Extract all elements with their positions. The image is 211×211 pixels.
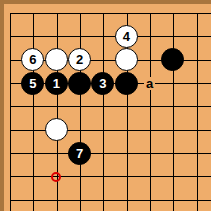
intersection-c8-r8[interactable] <box>161 165 184 188</box>
intersection-c2-r9[interactable] <box>21 188 44 211</box>
intersection-c3-r8[interactable] <box>45 165 68 188</box>
intersection-c9-r9[interactable] <box>185 188 208 211</box>
intersection-c6-r2[interactable]: 4 <box>115 25 138 48</box>
black-stone <box>68 72 91 95</box>
intersection-c3-r1[interactable] <box>45 2 68 25</box>
white-stone: 6 <box>21 48 44 71</box>
intersection-c7-r1[interactable] <box>138 2 161 25</box>
intersection-c5-r1[interactable] <box>91 2 114 25</box>
intersection-c3-r2[interactable] <box>45 25 68 48</box>
intersections-grid: 462513a7 <box>0 2 208 211</box>
intersection-c6-r3[interactable] <box>115 48 138 71</box>
intersection-c1-r7[interactable] <box>0 142 21 165</box>
intersection-c6-r5[interactable] <box>115 95 138 118</box>
intersection-c4-r3[interactable]: 2 <box>68 48 91 71</box>
intersection-c1-r8[interactable] <box>0 165 21 188</box>
intersection-c8-r2[interactable] <box>161 25 184 48</box>
intersection-c5-r3[interactable] <box>91 48 114 71</box>
intersection-c6-r9[interactable] <box>115 188 138 211</box>
intersection-c2-r3[interactable]: 6 <box>21 48 44 71</box>
intersection-c3-r4[interactable]: 1 <box>45 72 68 95</box>
intersection-c9-r5[interactable] <box>185 95 208 118</box>
intersection-c2-r2[interactable] <box>21 25 44 48</box>
intersection-c9-r4[interactable] <box>185 72 208 95</box>
intersection-c9-r1[interactable] <box>185 2 208 25</box>
intersection-c2-r8[interactable] <box>21 165 44 188</box>
intersection-c4-r9[interactable] <box>68 188 91 211</box>
intersection-c8-r4[interactable] <box>161 72 184 95</box>
intersection-c6-r1[interactable] <box>115 2 138 25</box>
black-stone <box>161 48 184 71</box>
intersection-c4-r7[interactable]: 7 <box>68 142 91 165</box>
intersection-c1-r6[interactable] <box>0 118 21 141</box>
intersection-c8-r7[interactable] <box>161 142 184 165</box>
intersection-c7-r7[interactable] <box>138 142 161 165</box>
move-number: 1 <box>53 77 60 90</box>
intersection-c9-r3[interactable] <box>185 48 208 71</box>
intersection-c7-r4[interactable]: a <box>138 72 161 95</box>
intersection-c8-r5[interactable] <box>161 95 184 118</box>
intersection-c8-r9[interactable] <box>161 188 184 211</box>
intersection-c7-r6[interactable] <box>138 118 161 141</box>
move-number: 6 <box>29 53 36 66</box>
intersection-c4-r6[interactable] <box>68 118 91 141</box>
intersection-c3-r3[interactable] <box>45 48 68 71</box>
white-stone <box>45 48 68 71</box>
intersection-c5-r5[interactable] <box>91 95 114 118</box>
intersection-c3-r9[interactable] <box>45 188 68 211</box>
intersection-c5-r2[interactable] <box>91 25 114 48</box>
intersection-c4-r1[interactable] <box>68 2 91 25</box>
intersection-c2-r4[interactable]: 5 <box>21 72 44 95</box>
intersection-c1-r2[interactable] <box>0 25 21 48</box>
intersection-c2-r6[interactable] <box>21 118 44 141</box>
intersection-c6-r4[interactable] <box>115 72 138 95</box>
intersection-c4-r2[interactable] <box>68 25 91 48</box>
intersection-c5-r6[interactable] <box>91 118 114 141</box>
intersection-c6-r8[interactable] <box>115 165 138 188</box>
intersection-c1-r9[interactable] <box>0 188 21 211</box>
black-stone: 1 <box>45 72 68 95</box>
move-number: 4 <box>123 30 130 43</box>
intersection-c8-r3[interactable] <box>161 48 184 71</box>
intersection-c1-r4[interactable] <box>0 72 21 95</box>
white-stone <box>45 118 68 141</box>
intersection-c5-r9[interactable] <box>91 188 114 211</box>
intersection-c4-r4[interactable] <box>68 72 91 95</box>
black-stone: 7 <box>68 142 91 165</box>
intersection-c1-r3[interactable] <box>0 48 21 71</box>
intersection-c8-r6[interactable] <box>161 118 184 141</box>
point-label-a: a <box>144 77 155 90</box>
intersection-c2-r5[interactable] <box>21 95 44 118</box>
intersection-c5-r4[interactable]: 3 <box>91 72 114 95</box>
intersection-c1-r5[interactable] <box>0 95 21 118</box>
intersection-c7-r8[interactable] <box>138 165 161 188</box>
intersection-c2-r1[interactable] <box>21 2 44 25</box>
intersection-c1-r1[interactable] <box>0 2 21 25</box>
intersection-c7-r2[interactable] <box>138 25 161 48</box>
black-stone <box>115 72 138 95</box>
intersection-c4-r5[interactable] <box>68 95 91 118</box>
intersection-c3-r6[interactable] <box>45 118 68 141</box>
move-number: 7 <box>76 147 83 160</box>
intersection-c8-r1[interactable] <box>161 2 184 25</box>
intersection-c6-r6[interactable] <box>115 118 138 141</box>
intersection-c3-r7[interactable] <box>45 142 68 165</box>
intersection-c5-r7[interactable] <box>91 142 114 165</box>
intersection-c9-r8[interactable] <box>185 165 208 188</box>
move-number: 3 <box>99 77 106 90</box>
intersection-c9-r7[interactable] <box>185 142 208 165</box>
intersection-c9-r6[interactable] <box>185 118 208 141</box>
red-circle-marker <box>51 172 61 182</box>
intersection-c7-r3[interactable] <box>138 48 161 71</box>
go-board: 462513a7 <box>0 0 211 211</box>
white-stone: 2 <box>68 48 91 71</box>
intersection-c6-r7[interactable] <box>115 142 138 165</box>
intersection-c2-r7[interactable] <box>21 142 44 165</box>
intersection-c3-r5[interactable] <box>45 95 68 118</box>
black-stone: 5 <box>21 72 44 95</box>
black-stone: 3 <box>91 72 114 95</box>
intersection-c7-r5[interactable] <box>138 95 161 118</box>
intersection-c4-r8[interactable] <box>68 165 91 188</box>
intersection-c9-r2[interactable] <box>185 25 208 48</box>
intersection-c5-r8[interactable] <box>91 165 114 188</box>
white-stone: 4 <box>115 25 138 48</box>
move-number: 5 <box>29 77 36 90</box>
move-number: 2 <box>76 53 83 66</box>
white-stone <box>115 48 138 71</box>
intersection-c7-r9[interactable] <box>138 188 161 211</box>
